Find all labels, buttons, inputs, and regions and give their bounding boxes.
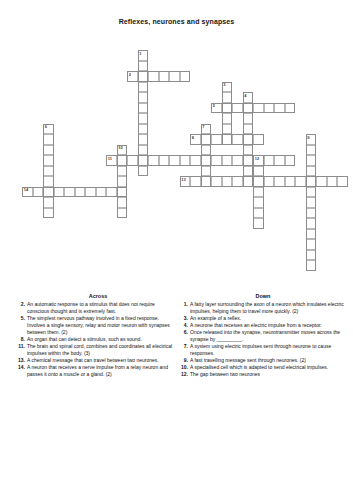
clue-item: 5.The simplest nervous pathway involved … <box>18 315 178 336</box>
cell-number: 7 <box>202 124 204 129</box>
page-title: Reflexes, neurones and synapses <box>0 18 353 25</box>
grid-cell[interactable] <box>306 229 317 240</box>
grid-cell[interactable] <box>85 187 96 198</box>
grid-cell[interactable] <box>180 71 191 82</box>
grid-cell[interactable] <box>232 176 243 187</box>
clue-text: Once released into the synapse, neurotra… <box>190 329 345 343</box>
grid-cell[interactable] <box>253 197 264 208</box>
cell-number: 8 <box>192 135 194 140</box>
clue-number: 10. <box>181 364 190 371</box>
grid-cell[interactable] <box>253 208 264 219</box>
clue-text: A fatty layer surrounding the axon of a … <box>190 301 345 315</box>
grid-cell[interactable] <box>253 187 264 198</box>
cell-number: 11 <box>108 156 112 161</box>
across-clues-section: Across 2.An automatic response to a stim… <box>18 292 178 378</box>
grid-cell[interactable] <box>201 134 212 145</box>
clue-item: 7.A system using electric impulses sent … <box>181 343 345 357</box>
grid-cell[interactable] <box>222 124 233 135</box>
grid-cell[interactable] <box>243 176 254 187</box>
grid-cell[interactable] <box>117 208 128 219</box>
grid-cell[interactable]: 4 <box>243 92 254 103</box>
grid-cell[interactable] <box>138 71 149 82</box>
clue-item: 6.Once released into the synapse, neurot… <box>181 329 345 343</box>
grid-cell[interactable]: 13 <box>180 176 191 187</box>
cell-number: 4 <box>244 93 246 98</box>
grid-cell[interactable] <box>243 145 254 156</box>
grid-cell[interactable] <box>180 155 191 166</box>
grid-cell[interactable]: 14 <box>22 187 33 198</box>
grid-cell[interactable] <box>43 176 54 187</box>
clue-item: 12.The gap between two neurones <box>181 371 345 378</box>
grid-cell[interactable] <box>253 103 264 114</box>
grid-cell[interactable] <box>138 82 149 93</box>
grid-cell[interactable] <box>243 103 254 114</box>
grid-cell[interactable] <box>316 176 327 187</box>
grid-cell[interactable] <box>43 208 54 219</box>
clue-item: 13.A chemical message that can travel be… <box>18 357 178 364</box>
grid-cell[interactable] <box>138 155 149 166</box>
grid-cell[interactable] <box>306 208 317 219</box>
grid-cell[interactable] <box>75 187 86 198</box>
cell-number: 1 <box>139 51 141 56</box>
grid-cell[interactable]: 3 <box>222 82 233 93</box>
grid-cell[interactable] <box>306 218 317 229</box>
grid-cell[interactable] <box>232 155 243 166</box>
down-header: Down <box>181 292 345 300</box>
grid-cell[interactable] <box>43 197 54 208</box>
cell-number: 3 <box>223 82 225 87</box>
grid-cell[interactable] <box>306 155 317 166</box>
grid-cell[interactable] <box>43 145 54 156</box>
grid-cell[interactable] <box>138 113 149 124</box>
clue-text: A neuron that receives a nerve impulse f… <box>27 364 178 378</box>
grid-cell[interactable] <box>117 155 128 166</box>
clue-text: A fast travelling message sent through n… <box>190 357 345 364</box>
grid-cell[interactable] <box>222 155 233 166</box>
clue-number: 5. <box>18 315 27 336</box>
clue-number: 14. <box>18 364 27 378</box>
clue-text: The gap between two neurones <box>190 371 345 378</box>
grid-cell[interactable] <box>201 145 212 156</box>
grid-cell[interactable] <box>222 103 233 114</box>
clue-text: A neurone that receives an electric impu… <box>190 322 345 329</box>
grid-cell[interactable] <box>306 166 317 177</box>
clue-number: 1. <box>181 301 190 315</box>
grid-cell[interactable] <box>169 71 180 82</box>
grid-cell[interactable] <box>232 134 243 145</box>
grid-cell[interactable] <box>159 71 170 82</box>
grid-cell[interactable] <box>106 187 117 198</box>
grid-cell[interactable] <box>190 176 201 187</box>
cell-number: 12 <box>255 156 259 161</box>
grid-cell[interactable] <box>222 92 233 103</box>
cell-number: 10 <box>118 145 122 150</box>
grid-cell[interactable] <box>243 113 254 124</box>
grid-cell[interactable] <box>274 176 285 187</box>
grid-cell[interactable] <box>117 197 128 208</box>
clue-number: 4. <box>181 322 190 329</box>
grid-cell[interactable] <box>211 176 222 187</box>
clue-number: 12. <box>181 371 190 378</box>
grid-cell[interactable] <box>306 260 317 271</box>
grid-cell[interactable] <box>253 218 264 229</box>
grid-cell[interactable] <box>43 155 54 166</box>
grid-cell[interactable] <box>243 155 254 166</box>
grid-cell[interactable] <box>96 187 107 198</box>
grid-cell[interactable] <box>306 145 317 156</box>
grid-cell[interactable] <box>43 166 54 177</box>
grid-cell[interactable] <box>117 166 128 177</box>
grid-cell[interactable] <box>33 187 44 198</box>
grid-cell[interactable]: 2 <box>127 71 138 82</box>
grid-cell[interactable] <box>138 103 149 114</box>
grid-cell[interactable] <box>201 155 212 166</box>
grid-cell[interactable] <box>43 134 54 145</box>
grid-cell[interactable] <box>253 134 264 145</box>
grid-cell[interactable] <box>285 176 296 187</box>
clue-number: 13. <box>18 357 27 364</box>
clue-text: The simplest nervous pathway involved in… <box>27 315 178 336</box>
grid-cell[interactable] <box>54 187 65 198</box>
clue-text: A system using electric impulses sent th… <box>190 343 345 357</box>
cell-number: 14 <box>24 187 28 192</box>
grid-cell[interactable] <box>295 176 306 187</box>
cell-number: 6 <box>45 124 47 129</box>
grid-cell[interactable] <box>243 134 254 145</box>
grid-cell[interactable]: 11 <box>106 155 117 166</box>
grid-cell[interactable] <box>306 176 317 187</box>
grid-cell[interactable] <box>148 71 159 82</box>
grid-cell[interactable] <box>138 166 149 177</box>
grid-cell[interactable]: 6 <box>43 124 54 135</box>
grid-cell[interactable] <box>274 103 285 114</box>
grid-cell[interactable]: 1 <box>138 50 149 61</box>
grid-cell[interactable] <box>285 155 296 166</box>
grid-cell[interactable] <box>306 239 317 250</box>
grid-cell[interactable]: 8 <box>190 134 201 145</box>
clue-item: 11.The brain and spinal cord, combines a… <box>18 343 178 357</box>
grid-cell[interactable] <box>253 176 264 187</box>
grid-cell[interactable] <box>222 113 233 124</box>
clue-number: 7. <box>181 343 190 357</box>
grid-cell[interactable] <box>190 155 201 166</box>
grid-cell[interactable] <box>264 176 275 187</box>
grid-cell[interactable] <box>159 155 170 166</box>
grid-cell[interactable] <box>117 176 128 187</box>
down-clue-list: 1.A fatty layer surrounding the axon of … <box>181 301 345 378</box>
grid-cell[interactable]: 9 <box>306 134 317 145</box>
clue-number: 8. <box>18 336 27 343</box>
grid-cell[interactable] <box>222 134 233 145</box>
clue-item: 1.A fatty layer surrounding the axon of … <box>181 301 345 315</box>
grid-cell[interactable]: 5 <box>211 103 222 114</box>
grid-cell[interactable] <box>274 155 285 166</box>
grid-cell[interactable] <box>43 187 54 198</box>
grid-cell[interactable] <box>148 155 159 166</box>
clue-item: 4.A neurone that receives an electric im… <box>181 322 345 329</box>
clue-text: A chemical message that can travel betwe… <box>27 357 178 364</box>
clue-item: 8.An organ that can detect a stimulus, s… <box>18 336 178 343</box>
grid-cell[interactable]: 12 <box>253 155 264 166</box>
down-clues-section: Down 1.A fatty layer surrounding the axo… <box>181 292 345 378</box>
grid-cell[interactable]: 7 <box>201 124 212 135</box>
grid-cell[interactable] <box>211 134 222 145</box>
grid-cell[interactable] <box>201 176 212 187</box>
grid-cell[interactable] <box>138 92 149 103</box>
clue-item: 3.An example of a reflex. <box>181 315 345 322</box>
clue-text: The brain and spinal cord, combines and … <box>27 343 178 357</box>
clue-item: 2.An automatic response to a stimulus th… <box>18 301 178 315</box>
grid-cell[interactable] <box>306 250 317 261</box>
grid-cell[interactable] <box>264 103 275 114</box>
grid-cell[interactable] <box>222 176 233 187</box>
across-header: Across <box>18 292 178 300</box>
grid-cell[interactable] <box>211 155 222 166</box>
grid-cell[interactable] <box>138 61 149 72</box>
cell-number: 13 <box>181 177 185 182</box>
crossword-grid: 1234567891011121314 <box>22 50 348 271</box>
grid-cell[interactable] <box>117 187 128 198</box>
grid-cell[interactable] <box>306 197 317 208</box>
grid-cell[interactable] <box>138 145 149 156</box>
clue-item: 10.A specialised cell which is adapted t… <box>181 364 345 371</box>
clue-text: An organ that can detect a stimulus, suc… <box>27 336 178 343</box>
clue-number: 2. <box>18 301 27 315</box>
clue-text: An automatic response to a stimulus that… <box>27 301 178 315</box>
grid-cell[interactable] <box>169 155 180 166</box>
grid-cell[interactable] <box>138 134 149 145</box>
cell-number: 9 <box>307 135 309 140</box>
clue-number: 11. <box>18 343 27 357</box>
grid-cell[interactable] <box>253 166 264 177</box>
cell-number: 2 <box>129 72 131 77</box>
grid-cell[interactable] <box>232 103 243 114</box>
across-clue-list: 2.An automatic response to a stimulus th… <box>18 301 178 378</box>
grid-cell[interactable] <box>64 187 75 198</box>
clue-text: An example of a reflex. <box>190 315 345 322</box>
clue-text: A specialised cell which is adapted to s… <box>190 364 345 371</box>
grid-cell[interactable] <box>264 155 275 166</box>
clue-item: 14.A neuron that receives a nerve impuls… <box>18 364 178 378</box>
grid-cell[interactable] <box>138 124 149 135</box>
clue-number: 9. <box>181 357 190 364</box>
grid-cell[interactable] <box>127 155 138 166</box>
clue-number: 6. <box>181 329 190 343</box>
grid-cell[interactable] <box>243 124 254 135</box>
grid-cell[interactable] <box>201 166 212 177</box>
clue-item: 9.A fast travelling message sent through… <box>181 357 345 364</box>
grid-cell[interactable] <box>243 166 254 177</box>
grid-cell[interactable] <box>327 176 338 187</box>
grid-cell[interactable] <box>337 176 348 187</box>
cell-number: 5 <box>213 103 215 108</box>
grid-cell[interactable]: 10 <box>117 145 128 156</box>
clue-number: 3. <box>181 315 190 322</box>
grid-cell[interactable] <box>306 187 317 198</box>
grid-cell[interactable] <box>285 103 296 114</box>
